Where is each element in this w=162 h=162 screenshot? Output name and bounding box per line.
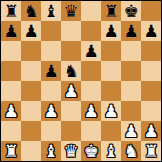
white-bishop[interactable]: ♝ [43, 141, 58, 161]
black-pawn[interactable]: ♟ [83, 41, 98, 61]
black-pawn[interactable]: ♟ [23, 21, 38, 41]
square-c1[interactable]: ♝ [41, 141, 61, 161]
white-rook[interactable]: ♜ [143, 141, 158, 161]
chess-board[interactable]: ♜♞♝♛♜♚♟♟♟♟♟♟♟♞♟♟♟♟♟♟♟♜♝♛♚♝♞♜ [0, 0, 162, 162]
square-h2[interactable]: ♟ [141, 121, 161, 141]
square-f2[interactable] [101, 121, 121, 141]
black-rook[interactable]: ♜ [103, 1, 118, 21]
square-f3[interactable]: ♟ [101, 101, 121, 121]
square-a1[interactable]: ♜ [1, 141, 21, 161]
square-h1[interactable]: ♜ [141, 141, 161, 161]
square-f4[interactable] [101, 81, 121, 101]
square-e7[interactable] [81, 21, 101, 41]
white-pawn[interactable]: ♟ [43, 101, 58, 121]
square-a3[interactable]: ♟ [1, 101, 21, 121]
white-pawn[interactable]: ♟ [123, 121, 138, 141]
square-b3[interactable] [21, 101, 41, 121]
white-pawn[interactable]: ♟ [143, 121, 158, 141]
square-c4[interactable] [41, 81, 61, 101]
black-rook[interactable]: ♜ [3, 1, 18, 21]
black-pawn[interactable]: ♟ [3, 21, 18, 41]
square-b8[interactable]: ♞ [21, 1, 41, 21]
square-g2[interactable]: ♟ [121, 121, 141, 141]
square-h5[interactable] [141, 61, 161, 81]
square-g1[interactable]: ♞ [121, 141, 141, 161]
square-a2[interactable] [1, 121, 21, 141]
square-b7[interactable]: ♟ [21, 21, 41, 41]
square-d8[interactable]: ♛ [61, 1, 81, 21]
square-g8[interactable]: ♚ [121, 1, 141, 21]
black-pawn[interactable]: ♟ [43, 61, 58, 81]
square-a8[interactable]: ♜ [1, 1, 21, 21]
square-h6[interactable] [141, 41, 161, 61]
square-d5[interactable]: ♞ [61, 61, 81, 81]
black-knight[interactable]: ♞ [23, 1, 38, 21]
black-king[interactable]: ♚ [123, 1, 138, 21]
square-h3[interactable] [141, 101, 161, 121]
square-d3[interactable] [61, 101, 81, 121]
square-b4[interactable] [21, 81, 41, 101]
square-e2[interactable] [81, 121, 101, 141]
white-queen[interactable]: ♛ [63, 141, 78, 161]
square-a5[interactable] [1, 61, 21, 81]
black-pawn[interactable]: ♟ [143, 21, 158, 41]
square-c7[interactable] [41, 21, 61, 41]
square-b2[interactable] [21, 121, 41, 141]
square-d7[interactable] [61, 21, 81, 41]
black-knight[interactable]: ♞ [63, 61, 78, 81]
square-g5[interactable] [121, 61, 141, 81]
square-e3[interactable]: ♟ [81, 101, 101, 121]
white-pawn[interactable]: ♟ [83, 101, 98, 121]
square-g6[interactable] [121, 41, 141, 61]
square-d1[interactable]: ♛ [61, 141, 81, 161]
black-pawn[interactable]: ♟ [103, 21, 118, 41]
square-a6[interactable] [1, 41, 21, 61]
square-c8[interactable]: ♝ [41, 1, 61, 21]
white-knight[interactable]: ♞ [123, 141, 138, 161]
square-h4[interactable] [141, 81, 161, 101]
white-pawn[interactable]: ♟ [103, 101, 118, 121]
white-pawn[interactable]: ♟ [3, 101, 18, 121]
square-g7[interactable]: ♟ [121, 21, 141, 41]
square-f1[interactable]: ♝ [101, 141, 121, 161]
square-c6[interactable] [41, 41, 61, 61]
square-d2[interactable] [61, 121, 81, 141]
black-bishop[interactable]: ♝ [43, 1, 58, 21]
square-h8[interactable] [141, 1, 161, 21]
white-rook[interactable]: ♜ [3, 141, 18, 161]
square-c3[interactable]: ♟ [41, 101, 61, 121]
square-c5[interactable]: ♟ [41, 61, 61, 81]
square-f7[interactable]: ♟ [101, 21, 121, 41]
square-g4[interactable] [121, 81, 141, 101]
black-pawn[interactable]: ♟ [123, 21, 138, 41]
square-a7[interactable]: ♟ [1, 21, 21, 41]
white-pawn[interactable]: ♟ [63, 81, 78, 101]
square-b1[interactable] [21, 141, 41, 161]
square-f8[interactable]: ♜ [101, 1, 121, 21]
square-d4[interactable]: ♟ [61, 81, 81, 101]
square-b5[interactable] [21, 61, 41, 81]
square-h7[interactable]: ♟ [141, 21, 161, 41]
square-f6[interactable] [101, 41, 121, 61]
white-king[interactable]: ♚ [83, 141, 98, 161]
square-c2[interactable] [41, 121, 61, 141]
square-e4[interactable] [81, 81, 101, 101]
square-g3[interactable] [121, 101, 141, 121]
square-e8[interactable] [81, 1, 101, 21]
square-a4[interactable] [1, 81, 21, 101]
square-e6[interactable]: ♟ [81, 41, 101, 61]
square-e1[interactable]: ♚ [81, 141, 101, 161]
square-e5[interactable] [81, 61, 101, 81]
square-d6[interactable] [61, 41, 81, 61]
black-queen[interactable]: ♛ [63, 1, 78, 21]
white-bishop[interactable]: ♝ [103, 141, 118, 161]
square-f5[interactable] [101, 61, 121, 81]
square-b6[interactable] [21, 41, 41, 61]
